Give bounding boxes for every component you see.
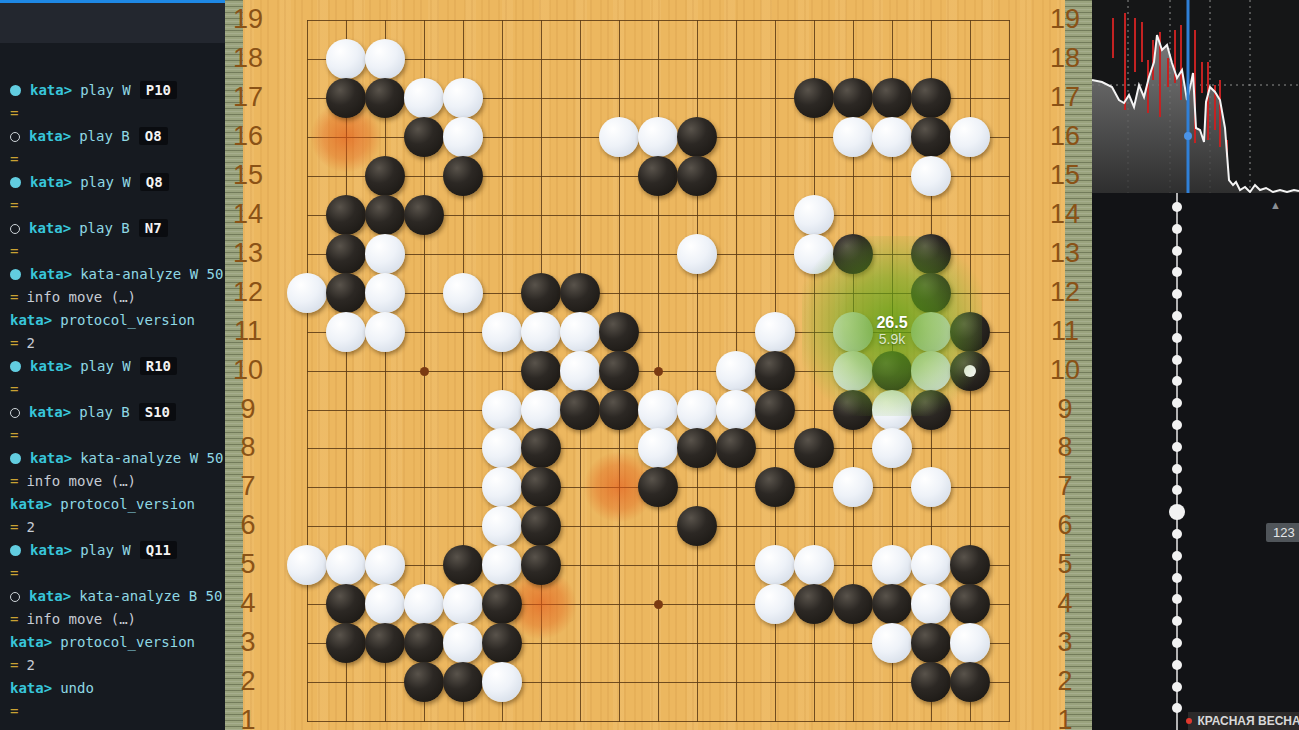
console-line: kata>play WQ8 (0, 171, 225, 194)
white-stone (638, 390, 678, 430)
white-stone (365, 39, 405, 79)
white-stone (872, 545, 912, 585)
move-tree-node[interactable] (1172, 660, 1182, 670)
console-line: kata>play WQ11 (0, 539, 225, 562)
row-label-right: 5 (1035, 549, 1095, 580)
analysis-score: 26.5 (852, 314, 932, 331)
console-line: kata>play WR10 (0, 355, 225, 378)
white-stone (872, 428, 912, 468)
white-stone (716, 351, 756, 391)
black-stone (950, 351, 990, 391)
black-stone (482, 623, 522, 663)
row-label-right: 18 (1035, 43, 1095, 74)
console-log: kata>play WP10=kata>play BO8=kata>play W… (0, 79, 225, 723)
black-move-icon (10, 132, 20, 142)
white-stone (365, 584, 405, 624)
white-stone (443, 117, 483, 157)
coordinate-badge: P10 (140, 81, 177, 99)
white-stone (443, 584, 483, 624)
white-stone (833, 351, 873, 391)
black-stone (326, 623, 366, 663)
red-dot-icon (1186, 718, 1192, 724)
white-stone (638, 117, 678, 157)
white-stone (443, 273, 483, 313)
move-tree-node[interactable] (1172, 703, 1182, 713)
black-stone (872, 78, 912, 118)
row-label-right: 8 (1035, 432, 1095, 463)
move-tree-node[interactable] (1172, 224, 1182, 234)
white-stone (365, 234, 405, 274)
console-line: =2 (0, 654, 225, 677)
row-label-right: 10 (1035, 355, 1095, 386)
white-stone (677, 390, 717, 430)
white-stone (560, 351, 600, 391)
row-label-left: 3 (218, 627, 278, 658)
black-stone (950, 584, 990, 624)
black-stone (911, 117, 951, 157)
white-stone (482, 312, 522, 352)
white-stone (911, 467, 951, 507)
move-tree-node[interactable] (1172, 616, 1182, 626)
black-stone (521, 506, 561, 546)
row-label-left: 7 (218, 471, 278, 502)
black-stone (560, 273, 600, 313)
black-stone (365, 156, 405, 196)
move-tree-node[interactable] (1172, 267, 1182, 277)
white-stone (287, 273, 327, 313)
move-tree-node[interactable] (1172, 638, 1182, 648)
move-tree-node[interactable] (1172, 573, 1182, 583)
row-label-left: 2 (218, 666, 278, 697)
white-stone (794, 234, 834, 274)
move-tree-current-node[interactable] (1169, 504, 1185, 520)
console-line: = (0, 240, 225, 263)
white-stone (404, 78, 444, 118)
console-line: =info move (…) (0, 608, 225, 631)
black-stone (560, 390, 600, 430)
black-stone (911, 390, 951, 430)
black-stone (911, 662, 951, 702)
row-label-left: 19 (218, 4, 278, 35)
last-move-marker (964, 365, 976, 377)
black-stone (911, 273, 951, 313)
console-line: = (0, 424, 225, 447)
black-stone (677, 506, 717, 546)
white-stone (365, 312, 405, 352)
move-tree-node[interactable] (1172, 594, 1182, 604)
console-line: = (0, 148, 225, 171)
row-label-right: 17 (1035, 82, 1095, 113)
row-label-left: 1 (218, 705, 278, 730)
move-tree-node[interactable] (1172, 442, 1182, 452)
black-stone (599, 351, 639, 391)
coordinate-badge: R10 (140, 357, 177, 375)
move-number-badge: 123 (1266, 523, 1299, 542)
white-stone (287, 545, 327, 585)
move-tree-node[interactable] (1172, 333, 1182, 343)
console-line: = (0, 378, 225, 401)
black-stone (755, 351, 795, 391)
black-stone (950, 662, 990, 702)
white-move-icon (10, 545, 21, 556)
white-move-icon (10, 361, 21, 372)
white-stone (794, 545, 834, 585)
move-tree-node[interactable] (1172, 551, 1182, 561)
white-move-icon (10, 269, 21, 280)
move-tree-node[interactable] (1172, 682, 1182, 692)
black-stone (326, 234, 366, 274)
white-stone (443, 623, 483, 663)
black-stone (638, 467, 678, 507)
black-stone (677, 117, 717, 157)
white-move-icon (10, 85, 21, 96)
row-label-left: 18 (218, 43, 278, 74)
black-stone (833, 234, 873, 274)
white-stone (443, 78, 483, 118)
white-stone (482, 390, 522, 430)
row-label-right: 14 (1035, 199, 1095, 230)
black-stone (443, 545, 483, 585)
black-stone (326, 584, 366, 624)
black-stone (443, 662, 483, 702)
black-move-icon (10, 408, 20, 418)
black-stone (365, 78, 405, 118)
row-label-left: 15 (218, 160, 278, 191)
white-stone (599, 117, 639, 157)
row-label-left: 14 (218, 199, 278, 230)
row-label-left: 13 (218, 238, 278, 269)
black-stone (326, 78, 366, 118)
black-move-icon (10, 224, 20, 234)
black-stone (521, 428, 561, 468)
white-stone (521, 312, 561, 352)
move-tree-node[interactable] (1172, 376, 1182, 386)
black-stone (521, 273, 561, 313)
console-line: =2 (0, 516, 225, 539)
black-stone (833, 390, 873, 430)
gtp-console[interactable]: kata>play WP10=kata>play BO8=kata>play W… (0, 0, 225, 730)
black-stone (443, 156, 483, 196)
white-stone (950, 117, 990, 157)
move-tree-node[interactable] (1172, 529, 1182, 539)
console-line: kata>play WP10 (0, 79, 225, 102)
console-line: = (0, 102, 225, 125)
white-stone (326, 545, 366, 585)
white-stone (833, 467, 873, 507)
row-label-right: 15 (1035, 160, 1095, 191)
analysis-tooltip: 26.5 5.9k (852, 314, 932, 348)
coordinate-badge: S10 (139, 403, 176, 421)
white-stone (755, 312, 795, 352)
console-line: kata>protocol_version (0, 309, 225, 332)
row-label-right: 7 (1035, 471, 1095, 502)
white-move-icon (10, 453, 21, 464)
grid-line (307, 526, 1010, 527)
white-stone (677, 234, 717, 274)
black-stone (404, 195, 444, 235)
black-stone (911, 78, 951, 118)
grid-line (1009, 20, 1010, 722)
row-label-right: 19 (1035, 4, 1095, 35)
coordinate-badge: O8 (139, 127, 168, 145)
analysis-panel: ▲ 123 КРАСНАЯ ВЕСНА (1092, 0, 1299, 730)
black-stone (521, 467, 561, 507)
black-stone (872, 351, 912, 391)
row-label-left: 12 (218, 277, 278, 308)
white-stone (755, 545, 795, 585)
white-stone (911, 351, 951, 391)
black-stone (404, 117, 444, 157)
row-label-left: 8 (218, 432, 278, 463)
black-stone (365, 195, 405, 235)
star-point (654, 367, 663, 376)
row-label-left: 11 (218, 316, 278, 347)
row-label-left: 10 (218, 355, 278, 386)
console-line: kata>play BS10 (0, 401, 225, 424)
console-line: kata>kata-analyze W 50 (0, 263, 225, 286)
white-stone (482, 467, 522, 507)
white-stone (911, 156, 951, 196)
watermark-text: КРАСНАЯ ВЕСНА (1197, 714, 1299, 728)
console-line: = (0, 194, 225, 217)
black-stone (755, 467, 795, 507)
row-label-right: 11 (1035, 316, 1095, 347)
white-stone (833, 117, 873, 157)
go-board[interactable]: 1919181817171616151514141313121211111010… (225, 0, 1092, 730)
white-stone (794, 195, 834, 235)
white-move-icon (10, 177, 21, 188)
move-tree-node[interactable] (1172, 485, 1182, 495)
row-label-right: 2 (1035, 666, 1095, 697)
black-stone (521, 545, 561, 585)
console-line: kata>protocol_version (0, 493, 225, 516)
row-label-left: 4 (218, 588, 278, 619)
black-stone (794, 584, 834, 624)
collapse-arrow-icon[interactable]: ▲ (1270, 199, 1281, 211)
white-stone (521, 390, 561, 430)
move-tree-node[interactable] (1172, 398, 1182, 408)
black-stone (599, 390, 639, 430)
black-stone (326, 195, 366, 235)
analysis-visits: 5.9k (852, 331, 932, 348)
white-stone (482, 506, 522, 546)
console-line: kata>protocol_version (0, 631, 225, 654)
white-stone (872, 117, 912, 157)
white-stone (482, 428, 522, 468)
black-stone (404, 662, 444, 702)
white-stone (560, 312, 600, 352)
coordinate-badge: N7 (139, 219, 168, 237)
move-tree-node[interactable] (1172, 355, 1182, 365)
console-line: kata>kata-analyze W 50 (0, 447, 225, 470)
row-label-right: 16 (1035, 121, 1095, 152)
white-stone (365, 273, 405, 313)
white-stone (404, 584, 444, 624)
black-stone (482, 584, 522, 624)
black-stone (833, 584, 873, 624)
console-line: = (0, 700, 225, 723)
console-line: kata>kata-analyze B 50 (0, 585, 225, 608)
black-move-icon (10, 592, 20, 602)
row-label-right: 1 (1035, 705, 1095, 730)
black-stone (833, 78, 873, 118)
app-window: kata>play WP10=kata>play BO8=kata>play W… (0, 0, 1299, 730)
grid-line (307, 721, 1010, 722)
console-line: = (0, 562, 225, 585)
row-label-right: 12 (1035, 277, 1095, 308)
move-tree-node[interactable] (1172, 311, 1182, 321)
white-stone (365, 545, 405, 585)
white-stone (755, 584, 795, 624)
black-stone (911, 234, 951, 274)
white-stone (638, 428, 678, 468)
black-stone (638, 156, 678, 196)
row-label-left: 6 (218, 510, 278, 541)
black-stone (950, 545, 990, 585)
move-tree-node[interactable] (1172, 289, 1182, 299)
black-stone (755, 390, 795, 430)
black-stone (950, 312, 990, 352)
white-stone (326, 312, 366, 352)
row-label-left: 9 (218, 394, 278, 425)
white-stone (872, 390, 912, 430)
white-stone (326, 39, 366, 79)
black-stone (794, 428, 834, 468)
console-line: =info move (…) (0, 470, 225, 493)
white-stone (911, 545, 951, 585)
white-stone (482, 545, 522, 585)
row-label-left: 5 (218, 549, 278, 580)
white-stone (911, 584, 951, 624)
black-stone (404, 623, 444, 663)
board-layer: 1919181817171616151514141313121211111010… (225, 0, 1092, 730)
move-tree-node[interactable] (1172, 202, 1182, 212)
black-stone (521, 351, 561, 391)
coordinate-badge: Q8 (140, 173, 169, 191)
console-line: kata>play BO8 (0, 125, 225, 148)
score-graph[interactable] (1092, 0, 1299, 193)
row-label-left: 16 (218, 121, 278, 152)
white-stone (716, 390, 756, 430)
console-line: kata>undo (0, 677, 225, 700)
row-label-left: 17 (218, 82, 278, 113)
black-stone (365, 623, 405, 663)
coordinate-badge: Q11 (140, 541, 177, 559)
black-stone (911, 623, 951, 663)
console-line: =2 (0, 332, 225, 355)
move-tree-node[interactable] (1172, 420, 1182, 430)
star-point (654, 600, 663, 609)
move-tree[interactable]: ▲ 123 (1092, 193, 1299, 730)
black-stone (872, 584, 912, 624)
white-stone (872, 623, 912, 663)
row-label-right: 13 (1035, 238, 1095, 269)
white-stone (482, 662, 522, 702)
row-label-right: 9 (1035, 394, 1095, 425)
console-line: =info move (…) (0, 286, 225, 309)
console-header-bar[interactable] (0, 3, 225, 43)
row-label-right: 3 (1035, 627, 1095, 658)
white-stone (950, 623, 990, 663)
black-stone (599, 312, 639, 352)
watermark-badge: КРАСНАЯ ВЕСНА (1188, 712, 1299, 730)
black-stone (326, 273, 366, 313)
black-stone (677, 428, 717, 468)
move-tree-node[interactable] (1172, 246, 1182, 256)
row-label-right: 4 (1035, 588, 1095, 619)
move-tree-node[interactable] (1172, 464, 1182, 474)
black-stone (716, 428, 756, 468)
console-line: kata>play BN7 (0, 217, 225, 240)
star-point (420, 367, 429, 376)
black-stone (794, 78, 834, 118)
row-label-right: 6 (1035, 510, 1095, 541)
black-stone (677, 156, 717, 196)
